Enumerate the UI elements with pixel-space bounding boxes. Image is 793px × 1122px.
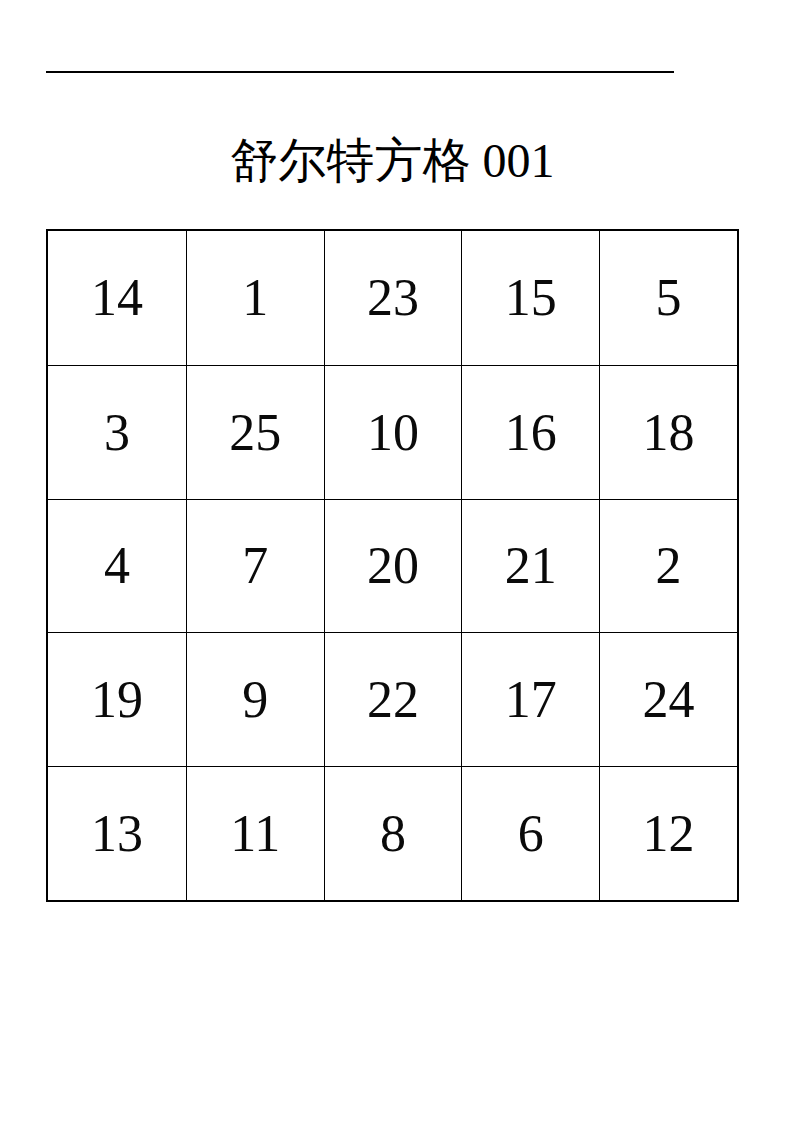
grid-cell-r4c5[interactable]: 24 bbox=[599, 632, 737, 766]
grid-cell-r1c5[interactable]: 5 bbox=[599, 231, 737, 365]
page-title: 舒尔特方格 001 bbox=[46, 133, 739, 188]
grid-cell-r3c2[interactable]: 7 bbox=[186, 499, 324, 633]
grid-cell-r1c4[interactable]: 15 bbox=[461, 231, 599, 365]
grid-cell-r2c4[interactable]: 16 bbox=[461, 365, 599, 499]
grid-cell-r5c2[interactable]: 11 bbox=[186, 766, 324, 900]
grid-cell-r2c2[interactable]: 25 bbox=[186, 365, 324, 499]
grid-cell-r5c1[interactable]: 13 bbox=[48, 766, 186, 900]
grid-cell-r3c4[interactable]: 21 bbox=[461, 499, 599, 633]
grid-cell-r4c1[interactable]: 19 bbox=[48, 632, 186, 766]
grid-cell-r1c1[interactable]: 14 bbox=[48, 231, 186, 365]
grid-cell-r2c5[interactable]: 18 bbox=[599, 365, 737, 499]
grid-cell-r1c2[interactable]: 1 bbox=[186, 231, 324, 365]
grid-cell-r4c2[interactable]: 9 bbox=[186, 632, 324, 766]
grid-cell-r4c4[interactable]: 17 bbox=[461, 632, 599, 766]
grid-cell-r2c1[interactable]: 3 bbox=[48, 365, 186, 499]
grid-cell-r3c5[interactable]: 2 bbox=[599, 499, 737, 633]
grid-cell-r3c3[interactable]: 20 bbox=[324, 499, 462, 633]
document-page: 舒尔特方格 001 141231553251016184720212199221… bbox=[0, 0, 793, 1122]
grid-cell-r5c5[interactable]: 12 bbox=[599, 766, 737, 900]
schulte-grid: 1412315532510161847202121992217241311861… bbox=[46, 229, 739, 902]
header-rule bbox=[46, 71, 674, 73]
grid-cell-r2c3[interactable]: 10 bbox=[324, 365, 462, 499]
grid-cell-r5c3[interactable]: 8 bbox=[324, 766, 462, 900]
grid-cell-r3c1[interactable]: 4 bbox=[48, 499, 186, 633]
grid-cell-r4c3[interactable]: 22 bbox=[324, 632, 462, 766]
grid-cell-r5c4[interactable]: 6 bbox=[461, 766, 599, 900]
grid-cell-r1c3[interactable]: 23 bbox=[324, 231, 462, 365]
